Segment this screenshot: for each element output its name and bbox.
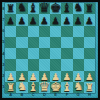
square-c3[interactable] [28,59,39,70]
square-b6[interactable] [16,26,27,37]
square-e3[interactable] [50,59,61,70]
square-c5[interactable] [28,37,39,48]
square-d6[interactable] [39,26,50,37]
square-e4[interactable] [50,48,61,59]
white-pawn-h2[interactable]: ♟ [84,72,95,82]
square-a6[interactable] [5,26,16,37]
square-f4[interactable] [61,48,72,59]
square-g4[interactable] [73,48,84,59]
black-pawn-g7[interactable]: ♟ [73,15,84,25]
black-rook-a8[interactable]: ♜ [5,3,16,14]
square-f3[interactable] [61,59,72,70]
white-pawn-a2[interactable]: ♟ [5,72,16,82]
chess-app-window: ABCDEFGH87654321 ♜♞♝♛♚♝♞♜♟♟♟♟♟♟♟♟♟♟♟♟♟♟♟… [0,0,100,100]
square-a3[interactable] [5,59,16,70]
black-knight-b8[interactable]: ♞ [16,2,27,14]
white-queen-d1[interactable]: ♛ [39,79,50,93]
black-pawn-h7[interactable]: ♟ [84,15,95,25]
square-h6[interactable] [84,26,95,37]
square-e5[interactable] [50,37,61,48]
square-h3[interactable] [84,59,95,70]
square-e6[interactable] [50,26,61,37]
square-c6[interactable] [28,26,39,37]
square-g6[interactable] [73,26,84,37]
white-king-e1[interactable]: ♚ [50,79,61,93]
square-d4[interactable] [39,48,50,59]
square-c4[interactable] [28,48,39,59]
white-rook-a1[interactable]: ♜ [5,81,16,92]
black-bishop-c8[interactable]: ♝ [28,1,39,14]
white-knight-b1[interactable]: ♞ [16,80,27,92]
black-pawn-c7[interactable]: ♟ [28,15,39,25]
white-knight-g1[interactable]: ♞ [73,80,84,92]
black-bishop-f8[interactable]: ♝ [61,1,72,14]
square-g3[interactable] [73,59,84,70]
black-king-e8[interactable]: ♚ [50,0,61,14]
square-a5[interactable] [5,37,16,48]
white-rook-h1[interactable]: ♜ [84,81,95,92]
square-a4[interactable] [5,48,16,59]
square-g5[interactable] [73,37,84,48]
white-bishop-f1[interactable]: ♝ [61,80,72,93]
square-d3[interactable] [39,59,50,70]
black-pawn-d7[interactable]: ♟ [39,15,50,25]
square-b4[interactable] [16,48,27,59]
square-f5[interactable] [61,37,72,48]
black-knight-g8[interactable]: ♞ [73,2,84,14]
black-rook-h8[interactable]: ♜ [84,3,95,14]
square-d5[interactable] [39,37,50,48]
square-f6[interactable] [61,26,72,37]
square-h4[interactable] [84,48,95,59]
white-bishop-c1[interactable]: ♝ [28,80,39,93]
square-h5[interactable] [84,37,95,48]
black-queen-d8[interactable]: ♛ [39,0,50,14]
square-b3[interactable] [16,59,27,70]
square-b5[interactable] [16,37,27,48]
black-pawn-e7[interactable]: ♟ [50,15,61,25]
black-pawn-a7[interactable]: ♟ [5,15,16,25]
black-pawn-b7[interactable]: ♟ [16,15,27,25]
black-pawn-f7[interactable]: ♟ [61,15,72,25]
